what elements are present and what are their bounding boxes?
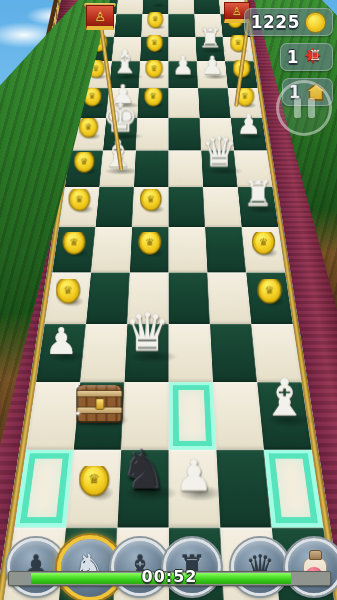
white-pawn: ♟ [201, 53, 223, 78]
timer-bar: 00:52 [8, 571, 331, 586]
white-pawn: ♟ [44, 322, 77, 359]
board-square [168, 227, 207, 272]
white-pawn: ♟ [236, 110, 261, 138]
white-rook: ♜ [242, 177, 273, 211]
board-square [198, 88, 231, 118]
board-square [168, 272, 209, 323]
gold-coin: ♛ [138, 229, 161, 255]
board-square [168, 0, 194, 14]
sparkle-icon: ✦ [71, 380, 80, 392]
gold-coin: ♛ [78, 463, 108, 497]
gold-coin: ♛ [252, 229, 275, 255]
gold-coin: ♛ [146, 33, 163, 52]
sparkle-icon: ✦ [117, 375, 124, 384]
gold-coin: ♛ [147, 10, 163, 28]
banner-crest-icon: ♙ [232, 5, 242, 18]
coin-icon [305, 12, 326, 33]
board-square [114, 14, 142, 37]
board-square [95, 187, 134, 227]
mini-rook-icon: ♖ [309, 47, 322, 63]
white-queen: ♛ [201, 131, 238, 172]
board-square [168, 88, 199, 118]
gold-coin: ♛ [257, 276, 281, 303]
gold-coin: ♛ [144, 86, 163, 107]
white-bishop: ♝ [261, 372, 307, 423]
pause-icon [308, 98, 315, 118]
board-square [193, 0, 220, 14]
sparkle-icon: ✦ [74, 410, 80, 418]
player-dark-knight[interactable]: ♞ [120, 443, 168, 496]
pause-button[interactable] [276, 80, 332, 136]
white-queen: ♛ [123, 307, 170, 359]
board-square [91, 227, 132, 272]
board-square [205, 227, 246, 272]
board-square [80, 324, 127, 382]
gold-coin: ♛ [73, 150, 94, 173]
board-square [168, 150, 203, 186]
gold-coin: ♛ [78, 116, 97, 138]
white-rook: ♜ [198, 25, 222, 52]
board-square [168, 118, 201, 151]
board-square [168, 14, 195, 37]
board-square [213, 382, 264, 449]
capture-count: 1 [287, 47, 299, 67]
gold-coin: ♛ [55, 276, 79, 303]
gold-coin: ♛ [68, 187, 90, 211]
board-square [210, 324, 257, 382]
gold-coin: ♛ [148, 0, 164, 6]
board-square [216, 449, 271, 527]
board-square [207, 272, 251, 323]
board-square-highlight[interactable] [168, 382, 216, 449]
captured-piece-icon: ✸ ♖ [304, 46, 326, 68]
white-pawn: ♟ [174, 454, 212, 497]
gold-coin: ♛ [145, 58, 163, 78]
banner-crest-icon: ♙ [94, 9, 106, 24]
timer-label: 00:52 [9, 567, 330, 586]
board-square [203, 187, 242, 227]
gold-coin: ♛ [140, 187, 162, 211]
banner-left: ♙ [86, 5, 114, 30]
pause-icon [294, 98, 301, 118]
gold-coin: ♛ [62, 229, 85, 255]
board-square [168, 187, 205, 227]
board-square [116, 0, 143, 14]
game-screen: ♛♛♞♟✦✦✦♝♟♛♛♛♛♛♛♛♛♜♛♝♛♛♚♟♛♟♛♛♛♝♛♟♟♛♛♛♜♛♛♛… [0, 0, 337, 600]
white-bishop: ♝ [110, 46, 139, 78]
coin-count: 1225 [251, 12, 300, 32]
treasure-chest: ✦✦✦ [76, 383, 122, 423]
white-pawn: ♟ [172, 53, 194, 78]
capture-counter: 1 ✸ ♖ [280, 43, 333, 71]
coin-counter: 1225 [244, 8, 333, 36]
